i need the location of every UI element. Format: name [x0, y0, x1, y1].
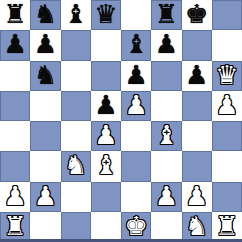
square-b1[interactable] [30, 212, 60, 242]
white-bishop[interactable]: ♝ [94, 152, 117, 178]
square-e6[interactable]: ♟ [121, 61, 151, 91]
square-e7[interactable]: ♝ [121, 30, 151, 60]
white-bishop[interactable]: ♝ [155, 122, 178, 148]
square-f3[interactable] [151, 151, 181, 181]
square-c6[interactable] [61, 61, 91, 91]
square-a8[interactable]: ♜ [0, 0, 30, 30]
board-grid: ♜♞♝♛♜♚♟♟♝♟♞♟♟♛♟♟♟♟♝♞♝♟♟♟♟♜♚♞♜ [0, 0, 242, 242]
square-h3[interactable] [212, 151, 242, 181]
square-h8[interactable] [212, 0, 242, 30]
square-d7[interactable] [91, 30, 121, 60]
square-f1[interactable] [151, 212, 181, 242]
square-d6[interactable] [91, 61, 121, 91]
white-pawn[interactable]: ♟ [124, 92, 147, 118]
black-rook[interactable]: ♜ [155, 1, 178, 27]
square-c4[interactable] [61, 121, 91, 151]
white-pawn[interactable]: ♟ [3, 183, 26, 209]
square-d4[interactable]: ♟ [91, 121, 121, 151]
square-c3[interactable]: ♞ [61, 151, 91, 181]
black-pawn[interactable]: ♟ [34, 31, 57, 57]
square-b4[interactable] [30, 121, 60, 151]
square-e2[interactable] [121, 182, 151, 212]
square-c5[interactable] [61, 91, 91, 121]
white-pawn[interactable]: ♟ [215, 92, 238, 118]
black-knight[interactable]: ♞ [34, 1, 57, 27]
white-pawn[interactable]: ♟ [34, 183, 57, 209]
black-bishop[interactable]: ♝ [124, 31, 147, 57]
square-h1[interactable]: ♜ [212, 212, 242, 242]
square-f6[interactable] [151, 61, 181, 91]
black-pawn[interactable]: ♟ [124, 62, 147, 88]
white-rook[interactable]: ♜ [3, 213, 26, 239]
square-f5[interactable] [151, 91, 181, 121]
square-f7[interactable]: ♟ [151, 30, 181, 60]
white-king[interactable]: ♚ [124, 213, 147, 239]
black-knight[interactable]: ♞ [34, 62, 57, 88]
square-b6[interactable]: ♞ [30, 61, 60, 91]
white-queen[interactable]: ♛ [215, 62, 238, 88]
black-pawn[interactable]: ♟ [185, 62, 208, 88]
square-f2[interactable]: ♟ [151, 182, 181, 212]
square-c7[interactable] [61, 30, 91, 60]
square-a4[interactable] [0, 121, 30, 151]
square-d3[interactable]: ♝ [91, 151, 121, 181]
square-a6[interactable] [0, 61, 30, 91]
black-pawn[interactable]: ♟ [3, 31, 26, 57]
square-g2[interactable]: ♟ [182, 182, 212, 212]
square-d8[interactable]: ♛ [91, 0, 121, 30]
square-a3[interactable] [0, 151, 30, 181]
square-b7[interactable]: ♟ [30, 30, 60, 60]
square-g4[interactable] [182, 121, 212, 151]
square-d1[interactable] [91, 212, 121, 242]
square-a7[interactable]: ♟ [0, 30, 30, 60]
white-pawn[interactable]: ♟ [94, 122, 117, 148]
white-rook[interactable]: ♜ [215, 213, 238, 239]
square-h4[interactable] [212, 121, 242, 151]
square-d5[interactable]: ♟ [91, 91, 121, 121]
black-rook[interactable]: ♜ [3, 1, 26, 27]
square-b3[interactable] [30, 151, 60, 181]
white-pawn[interactable]: ♟ [155, 183, 178, 209]
square-h6[interactable]: ♛ [212, 61, 242, 91]
black-king[interactable]: ♚ [185, 1, 208, 27]
square-f4[interactable]: ♝ [151, 121, 181, 151]
square-h2[interactable] [212, 182, 242, 212]
square-c1[interactable] [61, 212, 91, 242]
square-a1[interactable]: ♜ [0, 212, 30, 242]
white-knight[interactable]: ♞ [185, 213, 208, 239]
black-pawn[interactable]: ♟ [155, 31, 178, 57]
square-h5[interactable]: ♟ [212, 91, 242, 121]
white-pawn[interactable]: ♟ [185, 183, 208, 209]
square-e3[interactable] [121, 151, 151, 181]
square-e8[interactable] [121, 0, 151, 30]
square-g6[interactable]: ♟ [182, 61, 212, 91]
square-g7[interactable] [182, 30, 212, 60]
square-e4[interactable] [121, 121, 151, 151]
black-bishop[interactable]: ♝ [64, 1, 87, 27]
square-h7[interactable] [212, 30, 242, 60]
square-g5[interactable] [182, 91, 212, 121]
square-a2[interactable]: ♟ [0, 182, 30, 212]
square-g3[interactable] [182, 151, 212, 181]
square-g8[interactable]: ♚ [182, 0, 212, 30]
square-e5[interactable]: ♟ [121, 91, 151, 121]
square-b2[interactable]: ♟ [30, 182, 60, 212]
square-g1[interactable]: ♞ [182, 212, 212, 242]
square-e1[interactable]: ♚ [121, 212, 151, 242]
square-a5[interactable] [0, 91, 30, 121]
square-d2[interactable] [91, 182, 121, 212]
square-b5[interactable] [30, 91, 60, 121]
black-pawn[interactable]: ♟ [94, 92, 117, 118]
chess-board: ♜♞♝♛♜♚♟♟♝♟♞♟♟♛♟♟♟♟♝♞♝♟♟♟♟♜♚♞♜ [0, 0, 242, 242]
white-knight[interactable]: ♞ [64, 152, 87, 178]
black-queen[interactable]: ♛ [94, 1, 117, 27]
square-c8[interactable]: ♝ [61, 0, 91, 30]
square-f8[interactable]: ♜ [151, 0, 181, 30]
square-c2[interactable] [61, 182, 91, 212]
square-b8[interactable]: ♞ [30, 0, 60, 30]
